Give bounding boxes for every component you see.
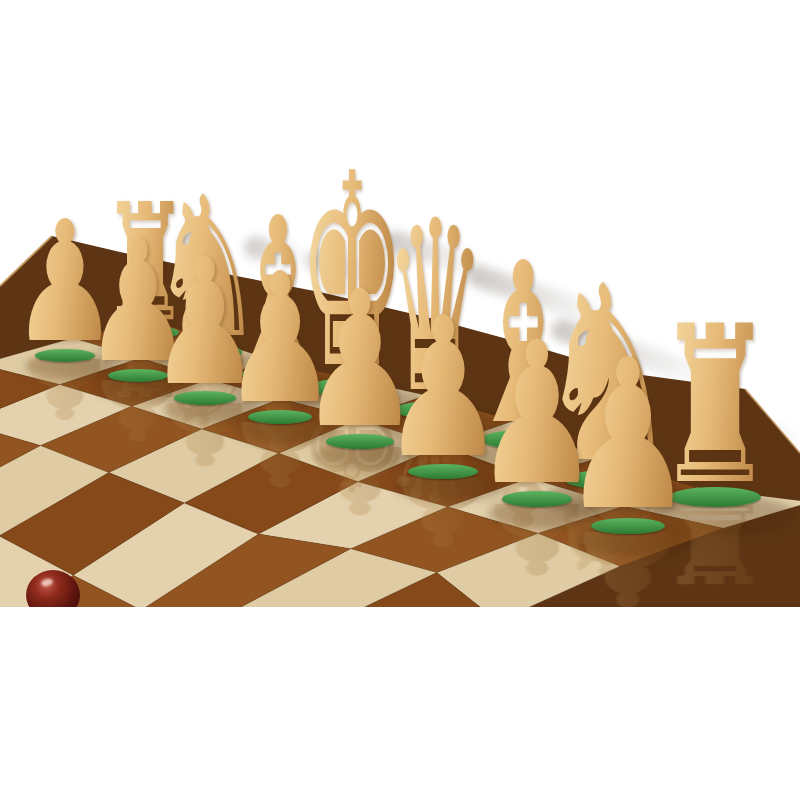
specular-highlight: [40, 578, 53, 588]
light-square: [176, 630, 354, 800]
light-square: [3, 610, 237, 721]
black-pawn-finial-icon[interactable]: [26, 570, 80, 620]
piece-white-pawn[interactable]: ♟: [561, 333, 695, 540]
chess-set-product-photo: ♜♞♟♝♟♚♟♛♟♝♟♟♞♜♟♟ ♜♞♟♝♟♚♟♛♟♝♟♟♞♜♟♟: [0, 0, 800, 800]
dark-square: [102, 610, 318, 713]
